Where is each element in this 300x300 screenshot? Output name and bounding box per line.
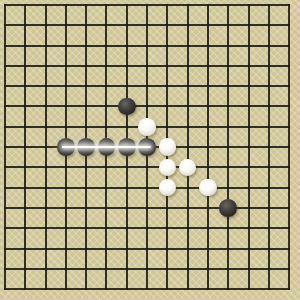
- white-stone: [179, 159, 197, 177]
- black-stone: [118, 138, 136, 156]
- white-stone: [159, 138, 177, 156]
- stones-layer: [0, 0, 299, 299]
- white-stone: [159, 179, 177, 197]
- black-stone: [77, 138, 95, 156]
- black-stone: [57, 138, 75, 156]
- gomoku-board[interactable]: [0, 0, 300, 300]
- white-stone: [159, 159, 177, 177]
- black-stone: [138, 138, 156, 156]
- white-stone: [199, 179, 217, 197]
- black-stone: [219, 199, 237, 217]
- white-stone: [138, 118, 156, 136]
- black-stone: [118, 98, 136, 116]
- black-stone: [98, 138, 116, 156]
